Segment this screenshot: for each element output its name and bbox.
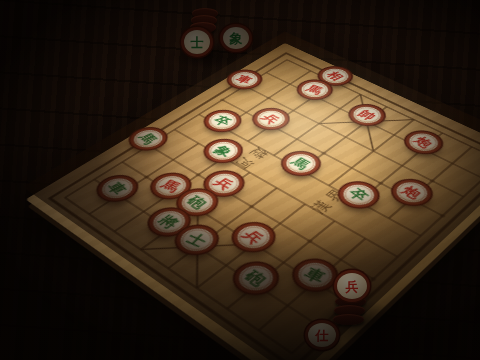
piece-green-cannon-d3[interactable]: 砲 (175, 188, 218, 217)
piece-red-pawn-c7[interactable]: 兵 (252, 108, 291, 131)
piece-red-king-e9[interactable]: 帥 (348, 104, 386, 127)
piece-red-cannon-h7[interactable]: 炮 (391, 178, 433, 206)
piece-glyph: 卒 (346, 187, 371, 203)
piece-red-horse-c9[interactable]: 馬 (296, 79, 333, 100)
pieces-layer: 相車馬帥炮車兵炮卒馬卒象馬兵馬砲兵車車將士砲 (26, 43, 480, 360)
piece-red-cannon-g9[interactable]: 炮 (404, 130, 444, 154)
piece-glyph: 馬 (304, 84, 325, 96)
piece-glyph: 兵 (346, 280, 359, 293)
piece-glyph: 仕 (316, 329, 329, 342)
piece-glyph: 車 (302, 265, 329, 284)
piece-green-advisor-e2[interactable]: 士 (174, 224, 220, 255)
piece-glyph: 兵 (212, 176, 237, 192)
piece-glyph: 兵 (260, 112, 282, 125)
piece-green-rook-b2[interactable]: 車 (96, 175, 139, 203)
piece-glyph: 象 (230, 32, 243, 45)
piece-glyph: 車 (234, 74, 255, 85)
piece-glyph: 兵 (240, 228, 266, 246)
captured-piece-side[interactable] (333, 314, 364, 325)
piece-glyph: 炮 (400, 184, 425, 200)
captured-piece-green[interactable]: 士 (184, 30, 210, 54)
piece-glyph: 馬 (159, 178, 184, 194)
piece-green-elephant-c5[interactable]: 象 (203, 138, 244, 163)
piece-green-pawn-b6[interactable]: 卒 (203, 110, 242, 133)
piece-glyph: 帥 (356, 108, 378, 121)
piece-glyph: 炮 (412, 135, 435, 149)
piece-glyph: 將 (156, 213, 182, 231)
piece-red-pawn-d4[interactable]: 兵 (203, 170, 245, 197)
piece-green-horse-a4[interactable]: 馬 (128, 127, 168, 151)
piece-glyph: 砲 (242, 268, 270, 288)
piece-glyph: 象 (212, 144, 235, 158)
piece-glyph: 士 (191, 36, 204, 49)
piece-red-pawn-f3[interactable]: 兵 (231, 222, 276, 253)
piece-green-horse-e6[interactable]: 馬 (280, 151, 321, 177)
piece-glyph: 馬 (289, 156, 313, 171)
captured-piece-red[interactable]: 仕 (308, 323, 336, 347)
piece-glyph: 相 (325, 70, 346, 82)
piece-red-rook-a8[interactable]: 車 (226, 69, 263, 89)
piece-green-cannon-g2[interactable]: 砲 (232, 261, 280, 296)
xiangqi-board[interactable]: 楚 河 漢 界 相車馬帥炮車兵炮卒馬卒象馬兵馬砲兵車車將士砲 (26, 43, 480, 360)
captured-piece-red[interactable]: 兵 (337, 273, 367, 299)
piece-glyph: 馬 (137, 132, 160, 146)
piece-glyph: 車 (105, 180, 129, 196)
piece-green-pawn-g6[interactable]: 卒 (337, 181, 380, 209)
piece-glyph: 卒 (211, 114, 233, 127)
captured-piece-green[interactable]: 象 (223, 27, 249, 49)
piece-glyph: 士 (184, 231, 210, 249)
piece-glyph: 砲 (185, 194, 210, 211)
table: 楚 河 漢 界 相車馬帥炮車兵炮卒馬卒象馬兵馬砲兵車車將士砲 士象 兵仕 (0, 0, 480, 360)
piece-green-rook-h3[interactable]: 車 (292, 258, 339, 292)
